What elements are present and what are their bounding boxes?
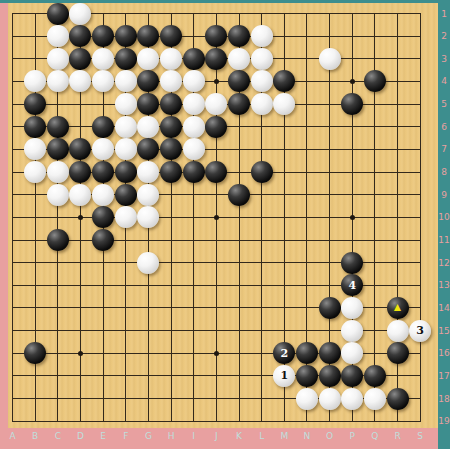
star-point <box>350 215 355 220</box>
white-stone-P14 <box>341 297 363 319</box>
black-stone-O14 <box>319 297 341 319</box>
white-stone-C3 <box>47 48 69 70</box>
row-label-1: 1 <box>438 9 450 19</box>
black-stone-R14: ▲ <box>387 297 409 319</box>
black-stone-K5 <box>228 93 250 115</box>
star-point <box>214 215 219 220</box>
white-stone-G8 <box>137 161 159 183</box>
white-stone-C8 <box>47 161 69 183</box>
move-number-label: 4 <box>348 280 356 291</box>
white-stone-P15 <box>341 320 363 342</box>
black-stone-B6 <box>24 116 46 138</box>
white-stone-G10 <box>137 206 159 228</box>
white-stone-L3 <box>251 48 273 70</box>
row-label-4: 4 <box>438 76 450 86</box>
black-stone-M16: 2 <box>273 342 295 364</box>
move-number-label: 1 <box>280 370 288 381</box>
white-stone-H3 <box>160 48 182 70</box>
white-stone-B7 <box>24 138 46 160</box>
star-point <box>214 79 219 84</box>
column-label-S: S <box>410 431 430 441</box>
black-stone-J2 <box>205 25 227 47</box>
row-label-7: 7 <box>438 144 450 154</box>
black-stone-D3 <box>69 48 91 70</box>
white-stone-B8 <box>24 161 46 183</box>
go-app-window: 4▲321 ABCDEFGHIJKLMNOPQRS123456789101112… <box>0 0 450 449</box>
black-stone-B5 <box>24 93 46 115</box>
white-stone-F7 <box>115 138 137 160</box>
white-stone-M17: 1 <box>273 365 295 387</box>
black-stone-N17 <box>296 365 318 387</box>
white-stone-E9 <box>92 184 114 206</box>
black-stone-K9 <box>228 184 250 206</box>
black-stone-N16 <box>296 342 318 364</box>
black-stone-E8 <box>92 161 114 183</box>
move-number-label: 2 <box>280 348 288 359</box>
column-label-N: N <box>297 431 317 441</box>
star-point <box>214 351 219 356</box>
white-stone-H4 <box>160 70 182 92</box>
column-label-C: C <box>48 431 68 441</box>
white-stone-C4 <box>47 70 69 92</box>
black-stone-G4 <box>137 70 159 92</box>
white-stone-L4 <box>251 70 273 92</box>
black-stone-D7 <box>69 138 91 160</box>
row-label-19: 19 <box>438 416 450 426</box>
white-stone-I5 <box>183 93 205 115</box>
white-stone-E3 <box>92 48 114 70</box>
white-stone-D1 <box>69 3 91 25</box>
column-label-L: L <box>252 431 272 441</box>
black-stone-F9 <box>115 184 137 206</box>
black-stone-C1 <box>47 3 69 25</box>
white-stone-R15 <box>387 320 409 342</box>
black-stone-C7 <box>47 138 69 160</box>
white-stone-I6 <box>183 116 205 138</box>
grid-line-horizontal <box>12 240 421 241</box>
row-label-17: 17 <box>438 371 450 381</box>
white-stone-D9 <box>69 184 91 206</box>
black-stone-O17 <box>319 365 341 387</box>
black-stone-D2 <box>69 25 91 47</box>
black-stone-M4 <box>273 70 295 92</box>
white-stone-E4 <box>92 70 114 92</box>
column-label-F: F <box>116 431 136 441</box>
white-stone-G9 <box>137 184 159 206</box>
black-stone-E10 <box>92 206 114 228</box>
white-stone-I4 <box>183 70 205 92</box>
column-label-M: M <box>274 431 294 441</box>
white-stone-E7 <box>92 138 114 160</box>
row-label-11: 11 <box>438 235 450 245</box>
goban[interactable]: 4▲321 <box>8 3 438 428</box>
row-label-15: 15 <box>438 326 450 336</box>
white-stone-G12 <box>137 252 159 274</box>
black-stone-G7 <box>137 138 159 160</box>
black-stone-I3 <box>183 48 205 70</box>
black-stone-J6 <box>205 116 227 138</box>
right-border <box>438 0 450 449</box>
column-label-R: R <box>388 431 408 441</box>
star-point <box>78 215 83 220</box>
column-label-H: H <box>161 431 181 441</box>
row-label-12: 12 <box>438 258 450 268</box>
black-stone-I8 <box>183 161 205 183</box>
white-stone-C9 <box>47 184 69 206</box>
black-stone-F8 <box>115 161 137 183</box>
row-label-16: 16 <box>438 348 450 358</box>
black-stone-H8 <box>160 161 182 183</box>
black-stone-Q4 <box>364 70 386 92</box>
column-label-I: I <box>184 431 204 441</box>
white-stone-B4 <box>24 70 46 92</box>
black-stone-O16 <box>319 342 341 364</box>
white-stone-F10 <box>115 206 137 228</box>
column-label-K: K <box>229 431 249 441</box>
black-stone-F2 <box>115 25 137 47</box>
black-stone-R16 <box>387 342 409 364</box>
black-stone-G2 <box>137 25 159 47</box>
black-stone-J8 <box>205 161 227 183</box>
white-stone-L5 <box>251 93 273 115</box>
black-stone-E6 <box>92 116 114 138</box>
black-stone-J3 <box>205 48 227 70</box>
star-point <box>78 351 83 356</box>
column-label-P: P <box>342 431 362 441</box>
black-stone-E11 <box>92 229 114 251</box>
row-label-9: 9 <box>438 190 450 200</box>
black-stone-H2 <box>160 25 182 47</box>
white-stone-F6 <box>115 116 137 138</box>
row-label-10: 10 <box>438 212 450 222</box>
black-stone-C11 <box>47 229 69 251</box>
white-stone-O18 <box>319 388 341 410</box>
row-label-14: 14 <box>438 303 450 313</box>
black-stone-P13: 4 <box>341 274 363 296</box>
black-stone-P5 <box>341 93 363 115</box>
row-label-3: 3 <box>438 54 450 64</box>
black-stone-R18 <box>387 388 409 410</box>
white-stone-I7 <box>183 138 205 160</box>
column-label-O: O <box>320 431 340 441</box>
row-label-5: 5 <box>438 99 450 109</box>
black-stone-K4 <box>228 70 250 92</box>
white-stone-K3 <box>228 48 250 70</box>
black-stone-H6 <box>160 116 182 138</box>
white-stone-L2 <box>251 25 273 47</box>
white-stone-C2 <box>47 25 69 47</box>
black-stone-Q17 <box>364 365 386 387</box>
column-label-D: D <box>70 431 90 441</box>
black-stone-L8 <box>251 161 273 183</box>
white-stone-G6 <box>137 116 159 138</box>
grid-line-horizontal <box>12 421 421 422</box>
black-stone-K2 <box>228 25 250 47</box>
white-stone-N18 <box>296 388 318 410</box>
black-stone-F3 <box>115 48 137 70</box>
white-stone-P18 <box>341 388 363 410</box>
grid-line-vertical <box>420 13 421 422</box>
white-stone-J5 <box>205 93 227 115</box>
white-stone-M5 <box>273 93 295 115</box>
white-stone-O3 <box>319 48 341 70</box>
white-stone-Q18 <box>364 388 386 410</box>
black-stone-B16 <box>24 342 46 364</box>
white-stone-D4 <box>69 70 91 92</box>
white-stone-S15: 3 <box>409 320 431 342</box>
black-stone-P17 <box>341 365 363 387</box>
black-stone-P12 <box>341 252 363 274</box>
white-stone-F4 <box>115 70 137 92</box>
column-label-Q: Q <box>365 431 385 441</box>
column-label-E: E <box>93 431 113 441</box>
column-label-J: J <box>206 431 226 441</box>
row-label-6: 6 <box>438 122 450 132</box>
column-label-G: G <box>138 431 158 441</box>
black-stone-H5 <box>160 93 182 115</box>
row-label-13: 13 <box>438 280 450 290</box>
move-number-label: 3 <box>416 325 424 336</box>
row-label-18: 18 <box>438 394 450 404</box>
black-stone-E2 <box>92 25 114 47</box>
column-label-A: A <box>3 431 23 441</box>
star-point <box>350 79 355 84</box>
row-label-8: 8 <box>438 167 450 177</box>
white-stone-F5 <box>115 93 137 115</box>
triangle-marker: ▲ <box>392 301 404 313</box>
column-label-B: B <box>25 431 45 441</box>
white-stone-P16 <box>341 342 363 364</box>
black-stone-H7 <box>160 138 182 160</box>
black-stone-D8 <box>69 161 91 183</box>
row-label-2: 2 <box>438 31 450 41</box>
white-stone-G3 <box>137 48 159 70</box>
black-stone-G5 <box>137 93 159 115</box>
black-stone-C6 <box>47 116 69 138</box>
